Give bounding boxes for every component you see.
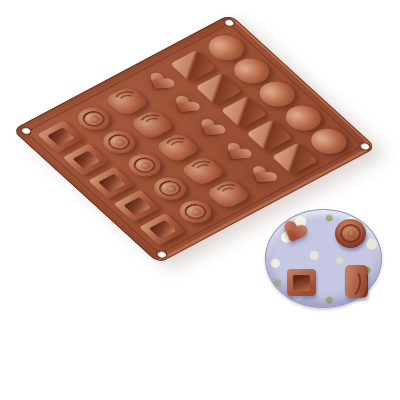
product-photo (0, 0, 400, 400)
sample-chocolate-wave (345, 265, 368, 298)
sample-chocolate-cube (287, 269, 316, 296)
hanging-hole-right-corner (359, 142, 371, 150)
hanging-hole-bottom-corner (156, 251, 168, 259)
cavity-heart (195, 118, 227, 142)
cavity-heart (169, 95, 201, 119)
cavity-heart (220, 142, 252, 166)
hanging-hole-top-corner (223, 19, 235, 27)
cavity-heart (246, 165, 278, 189)
hanging-hole-left-corner (20, 127, 32, 135)
sample-plate-inset (265, 209, 382, 308)
sample-chocolate-heart (279, 220, 309, 249)
sample-chocolate-swirl (335, 219, 366, 248)
cavity-heart (143, 72, 175, 96)
